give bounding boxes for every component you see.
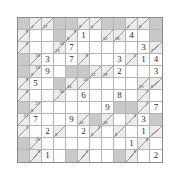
across-clue: 7 — [146, 102, 148, 106]
cell-r1c7: 6 — [90, 18, 102, 30]
cell-r8c3[interactable] — [42, 102, 54, 114]
across-clue: 34 — [60, 42, 64, 46]
cell-r3c8[interactable] — [102, 42, 114, 54]
cell-r2c3[interactable] — [42, 30, 54, 42]
cell-r1c9 — [114, 18, 126, 30]
cell-r5c2: 138 — [30, 66, 42, 78]
cell-r11c5[interactable] — [66, 138, 78, 150]
cell-r11c9[interactable] — [114, 138, 126, 150]
filled-digit: 1 — [126, 138, 137, 149]
cell-r10c7: 23 — [90, 126, 102, 138]
cell-r12c12[interactable]: 2 — [150, 150, 162, 162]
down-clue: 7 — [151, 133, 153, 137]
cell-r12c3[interactable]: 1 — [42, 150, 54, 162]
across-clue: 18 — [36, 54, 40, 58]
cell-r6c3[interactable] — [42, 78, 54, 90]
cell-r10c2[interactable] — [30, 126, 42, 138]
cell-r6c7[interactable] — [90, 78, 102, 90]
down-clue: 29 — [139, 85, 143, 89]
cell-r11c8[interactable] — [102, 138, 114, 150]
filled-digit: 7 — [66, 54, 77, 65]
cell-r6c11: 29 — [138, 78, 150, 90]
cell-r2c9: 18 — [114, 30, 126, 42]
down-clue: 7 — [151, 49, 153, 53]
down-clue: 18 — [103, 73, 107, 77]
filled-digit: 3 — [138, 114, 149, 125]
cell-r3c3[interactable] — [42, 42, 54, 54]
down-clue: 10 — [79, 121, 83, 125]
cell-r6c12: 8 — [150, 78, 162, 90]
cell-r10c12: 7 — [150, 126, 162, 138]
cell-r5c1 — [18, 66, 30, 78]
cell-r3c4: 3413 — [54, 42, 66, 54]
filled-digit: 1 — [138, 54, 149, 65]
across-clue: 3 — [26, 126, 28, 130]
cell-r6c1: 8 — [18, 78, 30, 90]
cell-r3c9[interactable] — [114, 42, 126, 54]
cell-r5c9[interactable]: 2 — [114, 66, 126, 78]
filled-digit: 7 — [66, 42, 77, 53]
cell-r12c1 — [18, 150, 30, 162]
cell-r6c6: 20 — [78, 78, 90, 90]
across-clue: 36 — [60, 90, 64, 94]
cell-r8c10 — [126, 102, 138, 114]
down-clue: 8 — [151, 85, 153, 89]
cell-r10c9: 8 — [114, 126, 126, 138]
cell-r3c1: 6 — [18, 42, 30, 54]
cell-r9c6: 10 — [78, 114, 90, 126]
cell-r5c6 — [78, 66, 90, 78]
across-clue: 27 — [36, 102, 40, 106]
across-clue: 8 — [74, 30, 76, 34]
cell-r8c9 — [114, 102, 126, 114]
cell-r8c6[interactable] — [78, 102, 90, 114]
down-clue: 12 — [103, 37, 107, 41]
filled-digit: 6 — [78, 90, 89, 101]
filled-digit: 8 — [114, 90, 125, 101]
cell-r3c7[interactable] — [90, 42, 102, 54]
down-clue: 8 — [55, 133, 57, 137]
cell-r11c12[interactable] — [150, 138, 162, 150]
down-clue: 16 — [103, 121, 107, 125]
across-clue: 8 — [26, 90, 28, 94]
down-clue: 22 — [91, 73, 95, 77]
down-clue: 18 — [115, 37, 119, 41]
across-clue: 7 — [146, 90, 148, 94]
down-clue: 8 — [67, 37, 69, 41]
filled-digit: 2 — [42, 126, 53, 137]
cell-r6c4 — [54, 78, 66, 90]
down-clue: 8 — [31, 73, 33, 77]
cell-r11c6[interactable] — [78, 138, 90, 150]
across-clue: 22 — [24, 114, 28, 118]
kakuro-board: 4278648888112184634137371837835141389221… — [17, 17, 163, 163]
cell-r8c1 — [18, 102, 30, 114]
across-clue: 8 — [38, 150, 40, 154]
down-clue: 13 — [55, 49, 59, 53]
across-clue: 8 — [146, 138, 148, 142]
cell-r1c10: 4 — [126, 18, 138, 30]
cell-r4c6: 8 — [78, 54, 90, 66]
cell-r10c6[interactable]: 2 — [78, 126, 90, 138]
cell-r9c12 — [150, 114, 162, 126]
cell-r6c9[interactable] — [114, 78, 126, 90]
down-clue: 4 — [31, 25, 33, 29]
down-clue: 8 — [115, 133, 117, 137]
cell-r4c9[interactable]: 3 — [114, 54, 126, 66]
across-clue: 5 — [134, 54, 136, 58]
filled-digit: 2 — [150, 150, 162, 162]
cell-r7c3[interactable] — [42, 90, 54, 102]
filled-digit: 3 — [114, 54, 125, 65]
cell-r12c4[interactable] — [54, 150, 66, 162]
cell-r12c11[interactable] — [138, 150, 150, 162]
cell-r2c11[interactable] — [138, 30, 150, 42]
cell-r6c8[interactable] — [102, 78, 114, 90]
cell-r9c7 — [90, 114, 102, 126]
cell-r1c1 — [18, 18, 30, 30]
cell-r9c4[interactable] — [54, 114, 66, 126]
down-clue: 3 — [91, 133, 93, 137]
cell-r4c1 — [18, 54, 30, 66]
across-clue: 8 — [26, 78, 28, 82]
cell-r1c11: 8 — [138, 18, 150, 30]
cell-r7c2[interactable] — [30, 90, 42, 102]
cell-r2c4 — [54, 30, 66, 42]
cell-r1c5 — [66, 18, 78, 30]
filled-digit: 2 — [114, 66, 125, 77]
cell-r7c4: 36 — [54, 90, 66, 102]
cell-r10c10[interactable] — [126, 126, 138, 138]
filled-digit: 9 — [66, 114, 77, 125]
cell-r2c6[interactable]: 1 — [78, 30, 90, 42]
cell-r7c1: 8 — [18, 90, 30, 102]
cell-r9c11[interactable]: 3 — [138, 114, 150, 126]
kakuro-puzzle: 4278648888112184634137371837835141389221… — [17, 17, 163, 163]
down-clue: 27 — [43, 25, 47, 29]
across-clue: 8 — [134, 150, 136, 154]
cell-r8c7[interactable] — [90, 102, 102, 114]
cell-r9c9[interactable] — [114, 114, 126, 126]
cell-r12c7[interactable] — [90, 150, 102, 162]
cell-r1c8 — [102, 18, 114, 30]
filled-digit: 9 — [42, 66, 53, 77]
filled-digit: 9 — [102, 102, 113, 113]
cell-r12c8[interactable] — [102, 150, 114, 162]
cell-r9c5[interactable]: 9 — [66, 114, 78, 126]
down-clue: 8 — [31, 109, 33, 113]
filled-digit: 1 — [42, 150, 53, 162]
cell-r7c8[interactable] — [102, 90, 114, 102]
filled-digit: 3 — [42, 54, 53, 65]
cell-r11c3[interactable] — [42, 138, 54, 150]
cell-r4c10: 5 — [126, 54, 138, 66]
down-clue: 6 — [91, 25, 93, 29]
cell-r5c8: 18 — [102, 66, 114, 78]
cell-r4c2: 18 — [30, 54, 42, 66]
cell-r7c9[interactable]: 8 — [114, 90, 126, 102]
cell-r5c4[interactable] — [54, 66, 66, 78]
cell-r5c12[interactable]: 3 — [150, 66, 162, 78]
cell-r3c11[interactable]: 3 — [138, 42, 150, 54]
cell-r4c8[interactable] — [102, 54, 114, 66]
cell-r2c1: 8 — [18, 30, 30, 42]
across-clue: 8 — [26, 30, 28, 34]
cell-r7c6[interactable]: 6 — [78, 90, 90, 102]
cell-r4c11[interactable]: 1 — [138, 54, 150, 66]
cell-r4c5[interactable]: 7 — [66, 54, 78, 66]
cell-r9c3[interactable] — [42, 114, 54, 126]
cell-r5c5 — [66, 66, 78, 78]
cell-r7c11: 7 — [138, 90, 150, 102]
cell-r8c4[interactable] — [54, 102, 66, 114]
cell-r10c8[interactable] — [102, 126, 114, 138]
across-clue: 6 — [86, 150, 88, 154]
cell-r9c8: 16 — [102, 114, 114, 126]
cell-r12c2: 8 — [30, 150, 42, 162]
across-clue: 8 — [86, 54, 88, 58]
cell-r1c4 — [54, 18, 66, 30]
across-clue: 20 — [84, 78, 88, 82]
cell-r7c12[interactable] — [150, 90, 162, 102]
cell-r11c7[interactable] — [90, 138, 102, 150]
cell-r2c8: 12 — [102, 30, 114, 42]
filled-digit: 4 — [126, 30, 137, 41]
cell-r12c9 — [114, 150, 126, 162]
cell-r10c11[interactable]: 1 — [138, 126, 150, 138]
across-clue: 3 — [134, 114, 136, 118]
cell-r3c6[interactable] — [78, 42, 90, 54]
filled-digit: 7 — [30, 114, 41, 125]
filled-digit: 1 — [78, 30, 89, 41]
cell-r8c5[interactable] — [66, 102, 78, 114]
cell-r8c11: 7 — [138, 102, 150, 114]
filled-digit: 4 — [150, 54, 162, 65]
cell-r11c1 — [18, 138, 30, 150]
cell-r12c6: 6 — [78, 150, 90, 162]
across-clue: 13 — [36, 66, 40, 70]
cell-r4c3[interactable]: 3 — [42, 54, 54, 66]
cell-r12c5 — [66, 150, 78, 162]
cell-r7c7[interactable] — [90, 90, 102, 102]
cell-r1c2: 4 — [30, 18, 42, 30]
cell-r7c10[interactable] — [126, 90, 138, 102]
filled-digit: 2 — [78, 126, 89, 137]
cell-r10c5[interactable] — [66, 126, 78, 138]
cell-r6c2[interactable]: 5 — [30, 78, 42, 90]
cell-r3c2[interactable] — [30, 42, 42, 54]
cell-r2c2[interactable] — [30, 30, 42, 42]
cell-r8c12[interactable]: 7 — [150, 102, 162, 114]
cell-r11c2: 29 — [30, 138, 42, 150]
cell-r5c7: 22 — [90, 66, 102, 78]
filled-digit: 5 — [30, 78, 41, 89]
cell-r3c12: 7 — [150, 42, 162, 54]
cell-r10c4: 8 — [54, 126, 66, 138]
cell-r1c3: 27 — [42, 18, 54, 30]
cell-r2c5: 88 — [66, 30, 78, 42]
cell-r8c8[interactable]: 9 — [102, 102, 114, 114]
cell-r11c10[interactable]: 1 — [126, 138, 138, 150]
down-clue: 4 — [127, 25, 129, 29]
cell-r3c10[interactable] — [126, 42, 138, 54]
cell-r6c5: 34 — [66, 78, 78, 90]
filled-digit: 1 — [138, 126, 149, 137]
cell-r8c2: 278 — [30, 102, 42, 114]
across-clue: 6 — [26, 42, 28, 46]
cell-r9c10: 3 — [126, 114, 138, 126]
cell-r10c1: 3 — [18, 126, 30, 138]
down-clue: 8 — [139, 25, 141, 29]
cell-r4c12[interactable]: 4 — [150, 54, 162, 66]
cell-r3c5[interactable]: 7 — [66, 42, 78, 54]
across-clue: 2 — [98, 126, 100, 130]
cell-r7c5[interactable] — [66, 90, 78, 102]
cell-r1c6: 8 — [78, 18, 90, 30]
cell-r4c4[interactable] — [54, 54, 66, 66]
down-clue: 8 — [79, 25, 81, 29]
cell-r9c1: 22 — [18, 114, 30, 126]
cell-r6c10[interactable] — [126, 78, 138, 90]
cell-r11c4[interactable] — [54, 138, 66, 150]
cell-r4c7[interactable] — [90, 54, 102, 66]
down-clue: 34 — [67, 85, 71, 89]
cell-r10c3[interactable]: 2 — [42, 126, 54, 138]
cell-r5c11[interactable] — [138, 66, 150, 78]
cell-r2c12 — [150, 30, 162, 42]
cell-r2c10[interactable]: 4 — [126, 30, 138, 42]
cell-r5c3[interactable]: 9 — [42, 66, 54, 78]
cell-r11c11: 8 — [138, 138, 150, 150]
cell-r9c2[interactable]: 7 — [30, 114, 42, 126]
cell-r12c10: 8 — [126, 150, 138, 162]
filled-digit: 3 — [150, 66, 162, 77]
cell-r5c10[interactable] — [126, 66, 138, 78]
filled-digit: 3 — [138, 42, 149, 53]
cell-r2c7[interactable] — [90, 30, 102, 42]
across-clue: 29 — [36, 138, 40, 142]
cell-r1c12 — [150, 18, 162, 30]
filled-digit: 7 — [150, 102, 162, 113]
